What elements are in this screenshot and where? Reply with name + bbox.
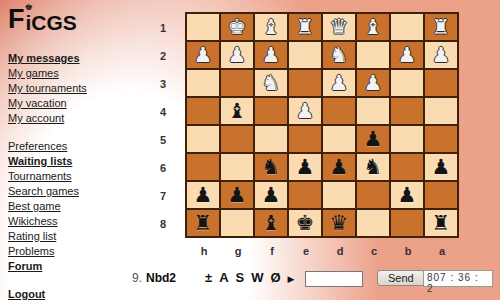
- square-g5[interactable]: [221, 126, 253, 152]
- square-f8[interactable]: ♝: [255, 210, 287, 236]
- square-f1[interactable]: ♝: [255, 14, 287, 40]
- sidebar-item-my-account[interactable]: My account: [8, 111, 133, 126]
- white-rook-piece: ♜: [432, 17, 451, 38]
- sidebar-item-rating-list[interactable]: Rating list: [8, 229, 133, 244]
- square-b3[interactable]: [391, 70, 423, 96]
- symbol-button-3[interactable]: W: [251, 270, 263, 285]
- square-e2[interactable]: [289, 42, 321, 68]
- square-a1[interactable]: ♜: [425, 14, 457, 40]
- square-h4[interactable]: [187, 98, 219, 124]
- logo-letter-f: F: [8, 6, 25, 33]
- sidebar-item-my-tournaments[interactable]: My tournaments: [8, 81, 133, 96]
- square-a8[interactable]: ♜: [425, 210, 457, 236]
- menu-group: My messagesMy gamesMy tournamentsMy vaca…: [8, 51, 133, 126]
- square-b5[interactable]: [391, 126, 423, 152]
- move-number: 9.: [132, 271, 142, 285]
- square-h6[interactable]: [187, 154, 219, 180]
- black-rook-piece: ♜: [194, 213, 213, 234]
- symbol-button-5[interactable]: ▶: [288, 274, 295, 284]
- square-c3[interactable]: ♟: [357, 70, 389, 96]
- white-queen-piece: ♛: [330, 17, 349, 38]
- square-f6[interactable]: ♞: [255, 154, 287, 180]
- square-g3[interactable]: [221, 70, 253, 96]
- square-c4[interactable]: [357, 98, 389, 124]
- square-e6[interactable]: ♟: [289, 154, 321, 180]
- sidebar-item-problems[interactable]: Problems: [8, 244, 133, 259]
- black-pawn-piece: ♟: [398, 185, 417, 206]
- move-san: Nbd2: [146, 271, 176, 285]
- black-pawn-piece: ♟: [364, 129, 383, 150]
- square-g8[interactable]: [221, 210, 253, 236]
- square-c2[interactable]: [357, 42, 389, 68]
- square-h8[interactable]: ♜: [187, 210, 219, 236]
- white-knight-piece: ♞: [262, 73, 281, 94]
- square-h3[interactable]: [187, 70, 219, 96]
- black-queen-piece: ♛: [330, 213, 349, 234]
- rank-label-1: 1: [146, 14, 174, 42]
- move-controls-bar: 9.Nbd2 ±ASWØ▶ Send 807 : 36 : 2: [0, 268, 500, 292]
- square-f3[interactable]: ♞: [255, 70, 287, 96]
- white-pawn-piece: ♟: [364, 73, 383, 94]
- file-label-d: d: [323, 245, 357, 257]
- send-button[interactable]: Send: [377, 270, 425, 286]
- sidebar-item-wikichess[interactable]: Wikichess: [8, 214, 133, 229]
- sidebar-item-preferences[interactable]: Preferences: [8, 139, 133, 154]
- square-g6[interactable]: [221, 154, 253, 180]
- square-e4[interactable]: ♟: [289, 98, 321, 124]
- file-label-b: b: [391, 245, 425, 257]
- sidebar-item-tournaments[interactable]: Tournaments: [8, 169, 133, 184]
- black-pawn-piece: ♟: [228, 185, 247, 206]
- square-b2[interactable]: ♟: [391, 42, 423, 68]
- last-move-label: 9.Nbd2: [132, 271, 176, 285]
- square-a6[interactable]: ♟: [425, 154, 457, 180]
- black-pawn-piece: ♟: [330, 157, 349, 178]
- white-king-piece: ♚: [228, 17, 247, 38]
- rank-label-2: 2: [146, 42, 174, 70]
- square-b7[interactable]: ♟: [391, 182, 423, 208]
- rank-label-7: 7: [146, 182, 174, 210]
- square-e8[interactable]: ♚: [289, 210, 321, 236]
- square-h5[interactable]: [187, 126, 219, 152]
- white-bishop-piece: ♝: [364, 17, 383, 38]
- sidebar-item-my-games[interactable]: My games: [8, 66, 133, 81]
- square-d4[interactable]: [323, 98, 355, 124]
- square-b1[interactable]: [391, 14, 423, 40]
- logo-letter-i: i♚: [26, 12, 32, 33]
- black-knight-piece: ♞: [364, 157, 383, 178]
- square-a4[interactable]: [425, 98, 457, 124]
- square-d2[interactable]: ♞: [323, 42, 355, 68]
- square-g7[interactable]: ♟: [221, 182, 253, 208]
- chess-board: ♚♝♜♛♝♜♟♟♟♞♟♟♞♟♟♝♟♟♞♟♟♞♟♟♟♟♟♜♝♚♛♜: [185, 12, 459, 238]
- white-pawn-piece: ♟: [330, 73, 349, 94]
- square-g4[interactable]: ♝: [221, 98, 253, 124]
- sidebar-item-search-games[interactable]: Search games: [8, 184, 133, 199]
- crown-icon: ♚: [24, 3, 32, 12]
- logo-letters-cgs: CGS: [31, 12, 77, 33]
- square-a5[interactable]: [425, 126, 457, 152]
- file-label-c: c: [357, 245, 391, 257]
- square-g1[interactable]: ♚: [221, 14, 253, 40]
- black-bishop-piece: ♝: [228, 101, 247, 122]
- square-c6[interactable]: ♞: [357, 154, 389, 180]
- symbol-button-2[interactable]: S: [236, 270, 245, 285]
- time-remaining-box: 807 : 36 : 2: [423, 270, 493, 287]
- square-f7[interactable]: ♟: [255, 182, 287, 208]
- square-f4[interactable]: [255, 98, 287, 124]
- square-d8[interactable]: ♛: [323, 210, 355, 236]
- square-d7[interactable]: [323, 182, 355, 208]
- white-knight-piece: ♞: [330, 45, 349, 66]
- ficgs-logo: Fi♚CGS: [8, 6, 133, 33]
- square-e1[interactable]: ♜: [289, 14, 321, 40]
- sidebar-item-my-messages[interactable]: My messages: [8, 51, 133, 66]
- file-labels: hgfedcba: [187, 245, 459, 257]
- black-king-piece: ♚: [296, 213, 315, 234]
- symbol-button-4[interactable]: Ø: [270, 270, 280, 285]
- square-b6[interactable]: [391, 154, 423, 180]
- square-h2[interactable]: ♟: [187, 42, 219, 68]
- square-c7[interactable]: [357, 182, 389, 208]
- square-a3[interactable]: [425, 70, 457, 96]
- white-pawn-piece: ♟: [228, 45, 247, 66]
- square-d1[interactable]: ♛: [323, 14, 355, 40]
- file-label-h: h: [187, 245, 221, 257]
- file-label-g: g: [221, 245, 255, 257]
- square-d3[interactable]: ♟: [323, 70, 355, 96]
- white-pawn-piece: ♟: [194, 45, 213, 66]
- sidebar: Fi♚CGS My messagesMy gamesMy tournaments…: [8, 6, 133, 300]
- ficgs-game-page: { "game": "chess", "position": "r2qkb1r/…: [0, 0, 500, 300]
- white-pawn-piece: ♟: [296, 101, 315, 122]
- white-pawn-piece: ♟: [398, 45, 417, 66]
- square-e7[interactable]: [289, 182, 321, 208]
- square-e5[interactable]: [289, 126, 321, 152]
- file-label-f: f: [255, 245, 289, 257]
- sidebar-item-my-vacation[interactable]: My vacation: [8, 96, 133, 111]
- rank-label-8: 8: [146, 210, 174, 238]
- square-g2[interactable]: ♟: [221, 42, 253, 68]
- white-rook-piece: ♜: [296, 17, 315, 38]
- black-rook-piece: ♜: [432, 213, 451, 234]
- rank-label-5: 5: [146, 126, 174, 154]
- square-a7[interactable]: [425, 182, 457, 208]
- square-b8[interactable]: [391, 210, 423, 236]
- black-pawn-piece: ♟: [262, 185, 281, 206]
- menu-group: PreferencesWaiting listsTournamentsSearc…: [8, 139, 133, 274]
- white-pawn-piece: ♟: [262, 45, 281, 66]
- black-bishop-piece: ♝: [262, 213, 281, 234]
- square-f2[interactable]: ♟: [255, 42, 287, 68]
- symbol-button-1[interactable]: A: [219, 270, 228, 285]
- square-d5[interactable]: [323, 126, 355, 152]
- square-e3[interactable]: [289, 70, 321, 96]
- square-f5[interactable]: [255, 126, 287, 152]
- sidebar-item-best-game[interactable]: Best game: [8, 199, 133, 214]
- square-b4[interactable]: [391, 98, 423, 124]
- square-c5[interactable]: ♟: [357, 126, 389, 152]
- square-c1[interactable]: ♝: [357, 14, 389, 40]
- white-bishop-piece: ♝: [262, 17, 281, 38]
- file-label-e: e: [289, 245, 323, 257]
- rank-labels: 12345678: [146, 14, 174, 238]
- analysis-symbols: ±ASWØ▶: [205, 270, 302, 285]
- black-pawn-piece: ♟: [194, 185, 213, 206]
- file-label-a: a: [425, 245, 459, 257]
- square-a2[interactable]: ♟: [425, 42, 457, 68]
- symbol-button-0[interactable]: ±: [205, 270, 212, 285]
- sidebar-menu: My messagesMy gamesMy tournamentsMy vaca…: [8, 51, 133, 300]
- white-pawn-piece: ♟: [432, 45, 451, 66]
- square-c8[interactable]: [357, 210, 389, 236]
- rank-label-3: 3: [146, 70, 174, 98]
- square-h7[interactable]: ♟: [187, 182, 219, 208]
- move-input[interactable]: [305, 271, 363, 287]
- rank-label-6: 6: [146, 154, 174, 182]
- sidebar-item-waiting-lists[interactable]: Waiting lists: [8, 154, 133, 169]
- black-knight-piece: ♞: [262, 157, 281, 178]
- rank-label-4: 4: [146, 98, 174, 126]
- black-pawn-piece: ♟: [432, 157, 451, 178]
- square-h1[interactable]: [187, 14, 219, 40]
- square-d6[interactable]: ♟: [323, 154, 355, 180]
- black-pawn-piece: ♟: [296, 157, 315, 178]
